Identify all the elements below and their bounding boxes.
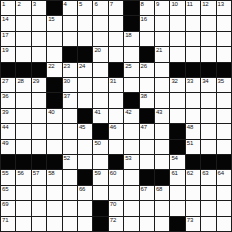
grid-cell[interactable] bbox=[217, 16, 231, 30]
grid-cell[interactable] bbox=[186, 16, 200, 30]
grid-cell[interactable]: 2 bbox=[16, 1, 30, 15]
clue-number: 38 bbox=[141, 93, 147, 100]
clue-number: 63 bbox=[202, 170, 208, 177]
grid-cell[interactable] bbox=[32, 201, 46, 215]
grid-cell[interactable] bbox=[93, 16, 107, 30]
grid-cell[interactable] bbox=[201, 186, 215, 200]
grid-cell[interactable] bbox=[32, 93, 46, 107]
grid-cell[interactable]: 42 bbox=[124, 109, 138, 123]
clue-number: 62 bbox=[187, 170, 193, 177]
clue-number: 14 bbox=[2, 16, 8, 23]
clue-number: 19 bbox=[2, 47, 8, 54]
black-cell bbox=[93, 201, 107, 215]
grid-cell[interactable] bbox=[16, 47, 30, 61]
grid-cell[interactable] bbox=[32, 140, 46, 154]
clue-number: 73 bbox=[187, 217, 193, 224]
black-cell bbox=[47, 78, 61, 92]
clue-number: 69 bbox=[2, 201, 8, 208]
clue-number: 21 bbox=[156, 47, 162, 54]
black-cell bbox=[32, 155, 46, 169]
black-cell bbox=[217, 155, 231, 169]
grid-cell[interactable]: 63 bbox=[201, 170, 215, 184]
grid-cell[interactable] bbox=[155, 124, 169, 138]
grid-cell[interactable] bbox=[78, 140, 92, 154]
clue-number: 70 bbox=[110, 201, 116, 208]
black-cell bbox=[32, 63, 46, 77]
black-cell bbox=[124, 1, 138, 15]
grid-cell[interactable] bbox=[124, 186, 138, 200]
grid-cell[interactable]: 7 bbox=[109, 1, 123, 15]
grid-cell[interactable] bbox=[16, 186, 30, 200]
black-cell bbox=[201, 63, 215, 77]
grid-cell[interactable] bbox=[63, 201, 77, 215]
grid-cell[interactable] bbox=[170, 32, 184, 46]
grid-cell[interactable] bbox=[109, 109, 123, 123]
grid-cell[interactable]: 28 bbox=[16, 78, 30, 92]
clue-number: 4 bbox=[64, 1, 67, 8]
grid-cell[interactable]: 35 bbox=[217, 78, 231, 92]
grid-cell[interactable] bbox=[78, 16, 92, 30]
grid-cell[interactable] bbox=[140, 140, 154, 154]
black-cell bbox=[124, 16, 138, 30]
clue-number: 6 bbox=[94, 1, 97, 8]
grid-cell[interactable]: 22 bbox=[47, 63, 61, 77]
grid-cell[interactable] bbox=[201, 140, 215, 154]
grid-cell[interactable]: 71 bbox=[1, 217, 15, 231]
grid-cell[interactable] bbox=[47, 186, 61, 200]
clue-number: 18 bbox=[125, 32, 131, 39]
clue-number: 42 bbox=[125, 109, 131, 116]
grid-cell[interactable] bbox=[109, 140, 123, 154]
black-cell bbox=[124, 93, 138, 107]
grid-cell[interactable]: 21 bbox=[155, 47, 169, 61]
clue-number: 22 bbox=[48, 63, 54, 70]
clue-number: 60 bbox=[110, 170, 116, 177]
grid-cell[interactable] bbox=[16, 217, 30, 231]
grid-cell[interactable] bbox=[32, 109, 46, 123]
grid-cell[interactable] bbox=[78, 155, 92, 169]
grid-cell[interactable] bbox=[170, 186, 184, 200]
grid-cell[interactable]: 64 bbox=[217, 170, 231, 184]
grid-cell[interactable] bbox=[32, 16, 46, 30]
black-cell bbox=[201, 155, 215, 169]
grid-cell[interactable]: 37 bbox=[63, 93, 77, 107]
black-cell bbox=[140, 170, 154, 184]
grid-cell[interactable]: 29 bbox=[32, 78, 46, 92]
grid-cell[interactable] bbox=[109, 32, 123, 46]
grid-cell[interactable] bbox=[109, 186, 123, 200]
grid-cell[interactable] bbox=[124, 217, 138, 231]
grid-cell[interactable] bbox=[201, 93, 215, 107]
grid-cell[interactable]: 49 bbox=[1, 140, 15, 154]
grid-cell[interactable] bbox=[217, 93, 231, 107]
clue-number: 40 bbox=[48, 109, 54, 116]
grid-cell[interactable] bbox=[93, 63, 107, 77]
black-cell bbox=[109, 63, 123, 77]
clue-number: 58 bbox=[48, 170, 54, 177]
grid-cell[interactable] bbox=[93, 32, 107, 46]
clue-number: 30 bbox=[64, 78, 70, 85]
clue-number: 9 bbox=[156, 1, 159, 8]
grid-cell[interactable] bbox=[217, 201, 231, 215]
grid-cell[interactable] bbox=[170, 93, 184, 107]
grid-cell[interactable]: 4 bbox=[63, 1, 77, 15]
clue-number: 3 bbox=[33, 1, 36, 8]
grid-cell[interactable]: 41 bbox=[93, 109, 107, 123]
clue-number: 17 bbox=[2, 32, 8, 39]
grid-cell[interactable] bbox=[170, 201, 184, 215]
clue-number: 33 bbox=[187, 78, 193, 85]
clue-number: 44 bbox=[2, 124, 8, 131]
black-cell bbox=[186, 63, 200, 77]
grid-cell[interactable] bbox=[16, 201, 30, 215]
grid-cell[interactable]: 55 bbox=[1, 170, 15, 184]
grid-cell[interactable] bbox=[109, 47, 123, 61]
clue-number: 43 bbox=[156, 109, 162, 116]
grid-cell[interactable]: 46 bbox=[109, 124, 123, 138]
grid-cell[interactable] bbox=[16, 16, 30, 30]
grid-cell[interactable] bbox=[201, 32, 215, 46]
grid-cell[interactable]: 61 bbox=[170, 170, 184, 184]
clue-number: 46 bbox=[110, 124, 116, 131]
clue-number: 25 bbox=[125, 63, 131, 70]
grid-cell[interactable]: 15 bbox=[47, 16, 61, 30]
black-cell bbox=[78, 109, 92, 123]
grid-cell[interactable]: 27 bbox=[1, 78, 15, 92]
grid-cell[interactable] bbox=[78, 93, 92, 107]
grid-cell[interactable] bbox=[109, 93, 123, 107]
black-cell bbox=[78, 170, 92, 184]
grid-cell[interactable]: 11 bbox=[186, 1, 200, 15]
grid-cell[interactable] bbox=[63, 217, 77, 231]
grid-cell[interactable]: 47 bbox=[140, 124, 154, 138]
clue-number: 5 bbox=[79, 1, 82, 8]
black-cell bbox=[78, 47, 92, 61]
clue-number: 54 bbox=[171, 155, 177, 162]
grid-cell[interactable] bbox=[140, 32, 154, 46]
grid-cell[interactable] bbox=[78, 201, 92, 215]
crossword-puzzle: 1234567891011121314151617181920212223242… bbox=[0, 0, 232, 232]
clue-number: 45 bbox=[79, 124, 85, 131]
grid-cell[interactable] bbox=[217, 186, 231, 200]
grid-cell[interactable]: 66 bbox=[78, 186, 92, 200]
clue-number: 52 bbox=[64, 155, 70, 162]
clue-number: 66 bbox=[79, 186, 85, 193]
grid-cell[interactable]: 50 bbox=[93, 140, 107, 154]
grid-cell[interactable] bbox=[155, 63, 169, 77]
grid-cell[interactable] bbox=[32, 217, 46, 231]
clue-number: 12 bbox=[202, 1, 208, 8]
grid-cell[interactable]: 33 bbox=[186, 78, 200, 92]
grid-cell[interactable]: 20 bbox=[93, 47, 107, 61]
grid-cell[interactable]: 39 bbox=[1, 109, 15, 123]
grid-cell[interactable] bbox=[186, 93, 200, 107]
grid-cell[interactable]: 72 bbox=[109, 217, 123, 231]
grid-cell[interactable] bbox=[140, 217, 154, 231]
grid-cell[interactable] bbox=[124, 124, 138, 138]
grid-cell[interactable]: 65 bbox=[1, 186, 15, 200]
clue-number: 61 bbox=[171, 170, 177, 177]
black-cell bbox=[47, 93, 61, 107]
black-cell bbox=[170, 124, 184, 138]
grid-cell[interactable] bbox=[170, 109, 184, 123]
clue-number: 23 bbox=[64, 63, 70, 70]
grid-cell[interactable] bbox=[93, 78, 107, 92]
grid-cell[interactable] bbox=[47, 124, 61, 138]
grid-cell[interactable] bbox=[47, 201, 61, 215]
grid-cell[interactable] bbox=[47, 140, 61, 154]
grid-cell[interactable]: 1 bbox=[1, 1, 15, 15]
grid-cell[interactable]: 73 bbox=[186, 217, 200, 231]
clue-number: 68 bbox=[156, 186, 162, 193]
grid-cell[interactable] bbox=[47, 217, 61, 231]
grid-cell[interactable] bbox=[16, 140, 30, 154]
grid-cell[interactable]: 70 bbox=[109, 201, 123, 215]
grid-cell[interactable]: 9 bbox=[155, 1, 169, 15]
grid-cell[interactable] bbox=[16, 93, 30, 107]
grid-cell[interactable] bbox=[155, 217, 169, 231]
clue-number: 31 bbox=[110, 78, 116, 85]
black-cell bbox=[1, 63, 15, 77]
grid-cell[interactable]: 40 bbox=[47, 109, 61, 123]
grid-cell[interactable] bbox=[140, 201, 154, 215]
black-cell bbox=[93, 124, 107, 138]
clue-number: 16 bbox=[141, 16, 147, 23]
grid-cell[interactable]: 14 bbox=[1, 16, 15, 30]
clue-number: 15 bbox=[48, 16, 54, 23]
black-cell bbox=[186, 155, 200, 169]
grid-cell[interactable] bbox=[32, 47, 46, 61]
grid-cell[interactable] bbox=[217, 32, 231, 46]
grid-cell[interactable] bbox=[201, 109, 215, 123]
grid-cell[interactable]: 59 bbox=[93, 170, 107, 184]
grid-cell[interactable] bbox=[155, 78, 169, 92]
grid-cell[interactable] bbox=[63, 32, 77, 46]
grid-cell[interactable] bbox=[78, 217, 92, 231]
grid-cell[interactable] bbox=[155, 32, 169, 46]
grid-cell[interactable]: 44 bbox=[1, 124, 15, 138]
grid-cell[interactable]: 8 bbox=[140, 1, 154, 15]
grid-cell[interactable] bbox=[32, 32, 46, 46]
clue-number: 72 bbox=[110, 217, 116, 224]
black-cell bbox=[16, 155, 30, 169]
grid-cell[interactable] bbox=[201, 124, 215, 138]
clue-number: 11 bbox=[187, 1, 193, 8]
clue-number: 41 bbox=[94, 109, 100, 116]
grid-cell[interactable] bbox=[186, 109, 200, 123]
clue-number: 49 bbox=[2, 140, 8, 147]
grid-cell[interactable] bbox=[124, 78, 138, 92]
clue-number: 48 bbox=[187, 124, 193, 131]
grid-cell[interactable] bbox=[63, 109, 77, 123]
grid-cell[interactable] bbox=[47, 32, 61, 46]
clue-number: 35 bbox=[218, 78, 224, 85]
clue-number: 55 bbox=[2, 170, 8, 177]
grid-cell[interactable] bbox=[140, 155, 154, 169]
clue-number: 27 bbox=[2, 78, 8, 85]
clue-number: 28 bbox=[17, 78, 23, 85]
grid-cell[interactable] bbox=[201, 16, 215, 30]
grid-cell[interactable] bbox=[155, 140, 169, 154]
black-cell bbox=[1, 155, 15, 169]
black-cell bbox=[170, 140, 184, 154]
grid-cell[interactable]: 18 bbox=[124, 32, 138, 46]
grid-cell[interactable]: 43 bbox=[155, 109, 169, 123]
grid-cell[interactable] bbox=[124, 170, 138, 184]
clue-number: 29 bbox=[33, 78, 39, 85]
black-cell bbox=[170, 217, 184, 231]
grid-cell[interactable] bbox=[78, 78, 92, 92]
grid-cell[interactable] bbox=[170, 47, 184, 61]
grid-cell[interactable]: 3 bbox=[32, 1, 46, 15]
grid-cell[interactable]: 13 bbox=[217, 1, 231, 15]
black-cell bbox=[170, 63, 184, 77]
clue-number: 37 bbox=[64, 93, 70, 100]
grid-cell[interactable]: 53 bbox=[124, 155, 138, 169]
grid-cell[interactable]: 12 bbox=[201, 1, 215, 15]
grid-cell[interactable]: 24 bbox=[78, 63, 92, 77]
grid-cell[interactable] bbox=[16, 124, 30, 138]
clue-number: 64 bbox=[218, 170, 224, 177]
grid-cell[interactable]: 54 bbox=[170, 155, 184, 169]
clue-number: 71 bbox=[2, 217, 8, 224]
grid-cell[interactable] bbox=[155, 93, 169, 107]
grid-cell[interactable] bbox=[16, 109, 30, 123]
clue-number: 32 bbox=[171, 78, 177, 85]
grid-cell[interactable]: 57 bbox=[32, 170, 46, 184]
grid-cell[interactable] bbox=[16, 32, 30, 46]
black-cell bbox=[155, 170, 169, 184]
clue-number: 13 bbox=[218, 1, 224, 8]
grid-cell[interactable] bbox=[186, 47, 200, 61]
clue-number: 67 bbox=[141, 186, 147, 193]
grid-cell[interactable] bbox=[47, 47, 61, 61]
grid-cell[interactable]: 23 bbox=[63, 63, 77, 77]
clue-number: 7 bbox=[110, 1, 113, 8]
grid-cell[interactable]: 68 bbox=[155, 186, 169, 200]
black-cell bbox=[93, 217, 107, 231]
grid-cell[interactable] bbox=[201, 201, 215, 215]
grid-cell[interactable]: 34 bbox=[201, 78, 215, 92]
grid-cell[interactable]: 60 bbox=[109, 170, 123, 184]
grid-cell[interactable] bbox=[124, 47, 138, 61]
grid-cell[interactable] bbox=[63, 124, 77, 138]
grid-cell[interactable]: 38 bbox=[140, 93, 154, 107]
black-cell bbox=[16, 63, 30, 77]
grid-cell[interactable]: 6 bbox=[93, 1, 107, 15]
grid-cell[interactable] bbox=[201, 47, 215, 61]
grid-cell[interactable]: 52 bbox=[63, 155, 77, 169]
grid-cell[interactable] bbox=[109, 16, 123, 30]
clue-number: 20 bbox=[94, 47, 100, 54]
grid-cell[interactable] bbox=[170, 16, 184, 30]
grid-cell[interactable] bbox=[186, 32, 200, 46]
grid-cell[interactable]: 25 bbox=[124, 63, 138, 77]
grid-cell[interactable]: 62 bbox=[186, 170, 200, 184]
black-cell bbox=[140, 109, 154, 123]
grid-cell[interactable] bbox=[124, 140, 138, 154]
clue-number: 34 bbox=[202, 78, 208, 85]
clue-number: 51 bbox=[187, 140, 193, 147]
grid-cell[interactable] bbox=[63, 186, 77, 200]
clue-number: 53 bbox=[125, 155, 131, 162]
grid-cell[interactable] bbox=[140, 78, 154, 92]
grid-cell[interactable] bbox=[217, 217, 231, 231]
grid-cell[interactable] bbox=[155, 155, 169, 169]
grid-cell[interactable] bbox=[217, 109, 231, 123]
clue-number: 24 bbox=[79, 63, 85, 70]
grid-cell[interactable]: 26 bbox=[140, 63, 154, 77]
clue-number: 57 bbox=[33, 170, 39, 177]
grid-cell[interactable] bbox=[201, 217, 215, 231]
grid-cell[interactable] bbox=[124, 201, 138, 215]
clue-number: 50 bbox=[94, 140, 100, 147]
clue-number: 47 bbox=[141, 124, 147, 131]
black-cell bbox=[47, 1, 61, 15]
grid-cell[interactable]: 56 bbox=[16, 170, 30, 184]
grid-cell[interactable]: 36 bbox=[1, 93, 15, 107]
grid-cell[interactable]: 48 bbox=[186, 124, 200, 138]
clue-number: 26 bbox=[141, 63, 147, 70]
grid-cell[interactable]: 51 bbox=[186, 140, 200, 154]
grid-cell[interactable]: 16 bbox=[140, 16, 154, 30]
grid-cell[interactable]: 67 bbox=[140, 186, 154, 200]
grid-cell[interactable] bbox=[63, 170, 77, 184]
clue-number: 36 bbox=[2, 93, 8, 100]
grid-cell[interactable]: 19 bbox=[1, 47, 15, 61]
grid-cell[interactable]: 58 bbox=[47, 170, 61, 184]
grid-cell[interactable]: 69 bbox=[1, 201, 15, 215]
clue-number: 65 bbox=[2, 186, 8, 193]
grid-cell[interactable] bbox=[217, 124, 231, 138]
grid-cell[interactable] bbox=[217, 140, 231, 154]
grid-cell[interactable] bbox=[63, 16, 77, 30]
clue-number: 10 bbox=[171, 1, 177, 8]
black-cell bbox=[109, 155, 123, 169]
grid-cell[interactable] bbox=[32, 124, 46, 138]
grid-cell[interactable] bbox=[78, 32, 92, 46]
grid-cell[interactable]: 17 bbox=[1, 32, 15, 46]
grid-cell[interactable]: 32 bbox=[170, 78, 184, 92]
clue-number: 1 bbox=[2, 1, 5, 8]
black-cell bbox=[63, 47, 77, 61]
grid-cell[interactable] bbox=[186, 186, 200, 200]
black-cell bbox=[140, 47, 154, 61]
grid-cell[interactable]: 5 bbox=[78, 1, 92, 15]
grid-cell[interactable] bbox=[155, 16, 169, 30]
grid-cell[interactable] bbox=[155, 201, 169, 215]
clue-number: 39 bbox=[2, 109, 8, 116]
clue-number: 8 bbox=[141, 1, 144, 8]
grid-cell[interactable]: 10 bbox=[170, 1, 184, 15]
clue-number: 2 bbox=[17, 1, 20, 8]
black-cell bbox=[217, 63, 231, 77]
clue-number: 59 bbox=[94, 170, 100, 177]
grid-cell[interactable] bbox=[93, 155, 107, 169]
grid-cell[interactable] bbox=[32, 186, 46, 200]
clue-number: 56 bbox=[17, 170, 23, 177]
black-cell bbox=[47, 155, 61, 169]
grid-cell[interactable]: 45 bbox=[78, 124, 92, 138]
grid-cell[interactable] bbox=[93, 93, 107, 107]
grid-cell[interactable] bbox=[217, 47, 231, 61]
grid-cell[interactable] bbox=[186, 201, 200, 215]
grid-cell[interactable]: 31 bbox=[109, 78, 123, 92]
grid-cell[interactable] bbox=[63, 140, 77, 154]
grid-cell[interactable] bbox=[93, 186, 107, 200]
grid-cell[interactable]: 30 bbox=[63, 78, 77, 92]
crossword-grid: 1234567891011121314151617181920212223242… bbox=[0, 0, 232, 232]
